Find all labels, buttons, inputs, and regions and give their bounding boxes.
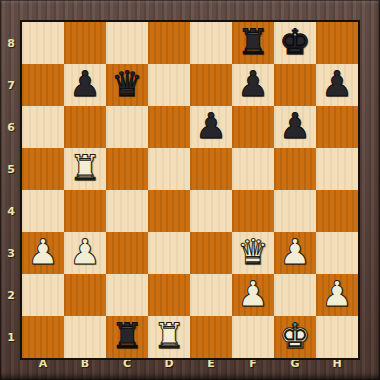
square-e6[interactable]: ♟ <box>190 106 232 148</box>
piece-white-pawn[interactable]: ♟ <box>237 277 268 312</box>
piece-white-rook[interactable]: ♜ <box>153 319 184 354</box>
square-h1[interactable] <box>316 316 358 358</box>
piece-white-rook[interactable]: ♜ <box>69 151 100 186</box>
square-d4[interactable] <box>148 190 190 232</box>
square-b6[interactable] <box>64 106 106 148</box>
square-e2[interactable] <box>190 274 232 316</box>
square-d7[interactable] <box>148 64 190 106</box>
square-b2[interactable] <box>64 274 106 316</box>
piece-black-queen[interactable]: ♛ <box>111 67 142 102</box>
piece-black-pawn[interactable]: ♟ <box>195 109 226 144</box>
piece-black-pawn[interactable]: ♟ <box>237 67 268 102</box>
rank-label-1: 1 <box>0 316 22 358</box>
square-b4[interactable] <box>64 190 106 232</box>
rank-coordinates: 87654321 <box>0 22 22 358</box>
square-g2[interactable] <box>274 274 316 316</box>
square-e3[interactable] <box>190 232 232 274</box>
square-f8[interactable]: ♜ <box>232 22 274 64</box>
square-b1[interactable] <box>64 316 106 358</box>
piece-white-king[interactable]: ♚ <box>279 319 310 354</box>
square-c2[interactable] <box>106 274 148 316</box>
rank-label-7: 7 <box>0 64 22 106</box>
rank-label-5: 5 <box>0 148 22 190</box>
square-a4[interactable] <box>22 190 64 232</box>
square-h7[interactable]: ♟ <box>316 64 358 106</box>
square-e1[interactable] <box>190 316 232 358</box>
piece-white-pawn[interactable]: ♟ <box>321 277 352 312</box>
square-a6[interactable] <box>22 106 64 148</box>
piece-black-rook[interactable]: ♜ <box>111 319 142 354</box>
square-h6[interactable] <box>316 106 358 148</box>
square-f7[interactable]: ♟ <box>232 64 274 106</box>
piece-black-pawn[interactable]: ♟ <box>69 67 100 102</box>
square-c6[interactable] <box>106 106 148 148</box>
piece-black-rook[interactable]: ♜ <box>237 25 268 60</box>
square-a1[interactable] <box>22 316 64 358</box>
piece-black-king[interactable]: ♚ <box>279 25 310 60</box>
square-b5[interactable]: ♜ <box>64 148 106 190</box>
square-h4[interactable] <box>316 190 358 232</box>
square-h8[interactable] <box>316 22 358 64</box>
square-f1[interactable] <box>232 316 274 358</box>
piece-white-queen[interactable]: ♛ <box>237 235 268 270</box>
square-g7[interactable] <box>274 64 316 106</box>
square-c4[interactable] <box>106 190 148 232</box>
piece-white-pawn[interactable]: ♟ <box>279 235 310 270</box>
square-f4[interactable] <box>232 190 274 232</box>
square-g5[interactable] <box>274 148 316 190</box>
square-c5[interactable] <box>106 148 148 190</box>
square-g4[interactable] <box>274 190 316 232</box>
square-g6[interactable]: ♟ <box>274 106 316 148</box>
square-f6[interactable] <box>232 106 274 148</box>
square-d1[interactable]: ♜ <box>148 316 190 358</box>
square-d5[interactable] <box>148 148 190 190</box>
rank-label-3: 3 <box>0 232 22 274</box>
square-c1[interactable]: ♜ <box>106 316 148 358</box>
square-e5[interactable] <box>190 148 232 190</box>
square-f2[interactable]: ♟ <box>232 274 274 316</box>
square-e4[interactable] <box>190 190 232 232</box>
square-d8[interactable] <box>148 22 190 64</box>
rank-label-4: 4 <box>0 190 22 232</box>
square-b3[interactable]: ♟ <box>64 232 106 274</box>
square-c8[interactable] <box>106 22 148 64</box>
square-d3[interactable] <box>148 232 190 274</box>
square-e7[interactable] <box>190 64 232 106</box>
square-a8[interactable] <box>22 22 64 64</box>
piece-black-pawn[interactable]: ♟ <box>321 67 352 102</box>
square-a5[interactable] <box>22 148 64 190</box>
square-h5[interactable] <box>316 148 358 190</box>
piece-white-pawn[interactable]: ♟ <box>69 235 100 270</box>
rank-label-6: 6 <box>0 106 22 148</box>
square-a2[interactable] <box>22 274 64 316</box>
square-b7[interactable]: ♟ <box>64 64 106 106</box>
piece-black-pawn[interactable]: ♟ <box>279 109 310 144</box>
square-c7[interactable]: ♛ <box>106 64 148 106</box>
square-h3[interactable] <box>316 232 358 274</box>
square-a7[interactable] <box>22 64 64 106</box>
square-h2[interactable]: ♟ <box>316 274 358 316</box>
chess-board: ♜♚♟♛♟♟♟♟♜♟♟♛♟♟♟♜♜♚ <box>22 22 358 358</box>
square-b8[interactable] <box>64 22 106 64</box>
rank-label-2: 2 <box>0 274 22 316</box>
piece-white-pawn[interactable]: ♟ <box>27 235 58 270</box>
rank-label-8: 8 <box>0 22 22 64</box>
square-g1[interactable]: ♚ <box>274 316 316 358</box>
square-g8[interactable]: ♚ <box>274 22 316 64</box>
square-f3[interactable]: ♛ <box>232 232 274 274</box>
square-a3[interactable]: ♟ <box>22 232 64 274</box>
square-c3[interactable] <box>106 232 148 274</box>
square-d2[interactable] <box>148 274 190 316</box>
square-e8[interactable] <box>190 22 232 64</box>
square-g3[interactable]: ♟ <box>274 232 316 274</box>
chess-board-screenshot: 87654321 ABCDEFGH ♜♚♟♛♟♟♟♟♜♟♟♛♟♟♟♜♜♚ <box>0 0 380 380</box>
square-f5[interactable] <box>232 148 274 190</box>
square-d6[interactable] <box>148 106 190 148</box>
